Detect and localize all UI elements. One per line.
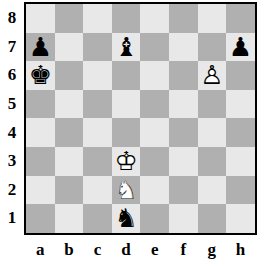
square-h4[interactable] bbox=[226, 118, 255, 147]
square-f4[interactable] bbox=[169, 118, 198, 147]
square-c2[interactable] bbox=[83, 176, 112, 205]
square-a3[interactable] bbox=[26, 147, 55, 176]
square-h3[interactable] bbox=[226, 147, 255, 176]
square-b5[interactable] bbox=[55, 90, 84, 119]
square-e3[interactable] bbox=[140, 147, 169, 176]
piece-glyph: ♚ bbox=[29, 62, 52, 88]
square-e8[interactable] bbox=[140, 4, 169, 33]
square-h7[interactable]: ♟ bbox=[226, 33, 255, 62]
square-b8[interactable] bbox=[55, 4, 84, 33]
piece-wn-d2: ♞♘ bbox=[112, 176, 141, 205]
square-g3[interactable] bbox=[198, 147, 227, 176]
file-label-d: d bbox=[112, 238, 141, 262]
square-d7[interactable]: ♝ bbox=[112, 33, 141, 62]
piece-white-fill: ♟ bbox=[200, 62, 223, 88]
square-g6[interactable]: ♟♙ bbox=[198, 61, 227, 90]
square-e4[interactable] bbox=[140, 118, 169, 147]
square-a6[interactable]: ♚ bbox=[26, 61, 55, 90]
chess-diagram: 87654321 ♟♝♟♚♟♙♚♔♞♘♞ abcdefgh bbox=[0, 0, 259, 263]
piece-bp-a7: ♟ bbox=[26, 33, 55, 62]
square-f1[interactable] bbox=[169, 204, 198, 233]
square-a4[interactable] bbox=[26, 118, 55, 147]
square-h5[interactable] bbox=[226, 90, 255, 119]
square-g5[interactable] bbox=[198, 90, 227, 119]
square-e6[interactable] bbox=[140, 61, 169, 90]
rank-label-7: 7 bbox=[0, 33, 24, 62]
square-d3[interactable]: ♚♔ bbox=[112, 147, 141, 176]
square-g4[interactable] bbox=[198, 118, 227, 147]
chessboard: ♟♝♟♚♟♙♚♔♞♘♞ bbox=[24, 2, 257, 235]
square-d4[interactable] bbox=[112, 118, 141, 147]
square-g7[interactable] bbox=[198, 33, 227, 62]
piece-glyph: ♘ bbox=[114, 177, 137, 203]
square-b3[interactable] bbox=[55, 147, 84, 176]
square-h6[interactable] bbox=[226, 61, 255, 90]
piece-glyph: ♙ bbox=[200, 62, 223, 88]
square-g1[interactable] bbox=[198, 204, 227, 233]
piece-bk-a6: ♚ bbox=[26, 61, 55, 90]
rank-label-6: 6 bbox=[0, 61, 24, 90]
rank-label-1: 1 bbox=[0, 204, 24, 233]
piece-bp-h7: ♟ bbox=[226, 33, 255, 62]
square-a8[interactable] bbox=[26, 4, 55, 33]
piece-glyph: ♟ bbox=[229, 34, 252, 60]
piece-wp-g6: ♟♙ bbox=[198, 61, 227, 90]
square-b4[interactable] bbox=[55, 118, 84, 147]
square-c7[interactable] bbox=[83, 33, 112, 62]
square-h1[interactable] bbox=[226, 204, 255, 233]
square-d5[interactable] bbox=[112, 90, 141, 119]
rank-labels: 87654321 bbox=[0, 4, 24, 233]
square-g2[interactable] bbox=[198, 176, 227, 205]
square-c4[interactable] bbox=[83, 118, 112, 147]
rank-label-5: 5 bbox=[0, 90, 24, 119]
rank-label-8: 8 bbox=[0, 4, 24, 33]
square-h8[interactable] bbox=[226, 4, 255, 33]
square-h2[interactable] bbox=[226, 176, 255, 205]
file-label-h: h bbox=[226, 238, 255, 262]
square-f5[interactable] bbox=[169, 90, 198, 119]
square-b2[interactable] bbox=[55, 176, 84, 205]
square-g8[interactable] bbox=[198, 4, 227, 33]
piece-bb-d7: ♝ bbox=[112, 33, 141, 62]
file-label-e: e bbox=[140, 238, 169, 262]
square-b6[interactable] bbox=[55, 61, 84, 90]
piece-white-fill: ♞ bbox=[114, 177, 137, 203]
rank-label-2: 2 bbox=[0, 176, 24, 205]
square-d2[interactable]: ♞♘ bbox=[112, 176, 141, 205]
file-label-c: c bbox=[83, 238, 112, 262]
piece-glyph: ♝ bbox=[114, 34, 137, 60]
file-label-g: g bbox=[198, 238, 227, 262]
square-c1[interactable] bbox=[83, 204, 112, 233]
square-d8[interactable] bbox=[112, 4, 141, 33]
square-c6[interactable] bbox=[83, 61, 112, 90]
square-e2[interactable] bbox=[140, 176, 169, 205]
square-b7[interactable] bbox=[55, 33, 84, 62]
square-a5[interactable] bbox=[26, 90, 55, 119]
square-a2[interactable] bbox=[26, 176, 55, 205]
rank-label-4: 4 bbox=[0, 118, 24, 147]
file-labels: abcdefgh bbox=[26, 238, 255, 262]
square-e7[interactable] bbox=[140, 33, 169, 62]
square-f6[interactable] bbox=[169, 61, 198, 90]
square-a1[interactable] bbox=[26, 204, 55, 233]
square-f3[interactable] bbox=[169, 147, 198, 176]
piece-glyph: ♟ bbox=[29, 34, 52, 60]
file-label-b: b bbox=[55, 238, 84, 262]
square-d6[interactable] bbox=[112, 61, 141, 90]
square-b1[interactable] bbox=[55, 204, 84, 233]
file-label-a: a bbox=[26, 238, 55, 262]
square-c5[interactable] bbox=[83, 90, 112, 119]
piece-wk-d3: ♚♔ bbox=[112, 147, 141, 176]
square-f2[interactable] bbox=[169, 176, 198, 205]
piece-white-fill: ♚ bbox=[114, 148, 137, 174]
piece-glyph: ♔ bbox=[114, 148, 137, 174]
square-c8[interactable] bbox=[83, 4, 112, 33]
square-c3[interactable] bbox=[83, 147, 112, 176]
rank-label-3: 3 bbox=[0, 147, 24, 176]
piece-glyph: ♞ bbox=[114, 205, 137, 231]
square-f7[interactable] bbox=[169, 33, 198, 62]
square-a7[interactable]: ♟ bbox=[26, 33, 55, 62]
square-e5[interactable] bbox=[140, 90, 169, 119]
piece-bn-d1: ♞ bbox=[112, 204, 141, 233]
square-d1[interactable]: ♞ bbox=[112, 204, 141, 233]
square-e1[interactable] bbox=[140, 204, 169, 233]
square-f8[interactable] bbox=[169, 4, 198, 33]
file-label-f: f bbox=[169, 238, 198, 262]
